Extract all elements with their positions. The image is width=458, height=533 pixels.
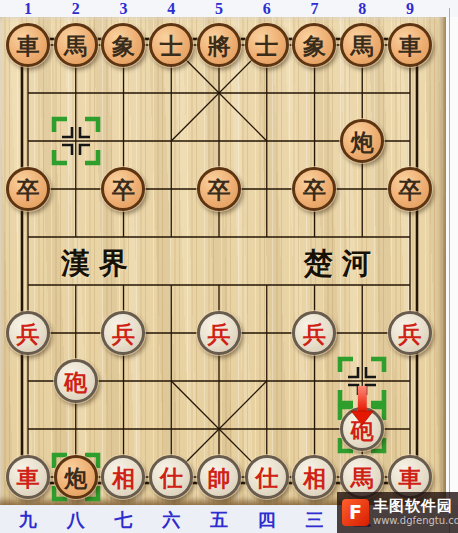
file-label-top: 6 xyxy=(243,0,291,17)
board-intersection[interactable]: 卒 xyxy=(195,165,243,213)
board-intersection[interactable] xyxy=(386,405,434,453)
board-intersection[interactable] xyxy=(52,309,100,357)
board-intersection[interactable]: 車 xyxy=(4,21,52,69)
selection-marker-origin xyxy=(50,115,102,167)
piece-red-1-10[interactable]: 車 xyxy=(6,455,50,499)
board-intersection[interactable] xyxy=(243,309,291,357)
piece-black-4-1[interactable]: 士 xyxy=(149,23,193,67)
board-intersection[interactable] xyxy=(386,213,434,261)
board-intersection[interactable] xyxy=(195,357,243,405)
top-coordinate-strip: 123456789 xyxy=(0,0,458,17)
board-intersection[interactable] xyxy=(4,261,52,309)
board-intersection[interactable] xyxy=(4,213,52,261)
board-intersection[interactable]: 兵 xyxy=(4,309,52,357)
file-label-bottom: 三 xyxy=(291,507,339,533)
file-label-bottom: 四 xyxy=(243,507,291,533)
board-intersection[interactable] xyxy=(338,261,386,309)
watermark-text: 丰图软件园 www.dgfengtu.com xyxy=(373,498,458,527)
board-intersection[interactable] xyxy=(100,357,148,405)
file-label-bottom: 六 xyxy=(147,507,195,533)
board-intersection[interactable] xyxy=(243,357,291,405)
board-intersection[interactable] xyxy=(338,69,386,117)
file-label-bottom: 七 xyxy=(100,507,148,533)
piece-red-3-10[interactable]: 相 xyxy=(101,455,145,499)
board-intersection[interactable] xyxy=(243,213,291,261)
piece-red-7-7[interactable]: 兵 xyxy=(292,311,336,355)
board-intersection[interactable]: 卒 xyxy=(100,165,148,213)
file-label-top: 4 xyxy=(147,0,195,17)
board-intersection[interactable] xyxy=(52,405,100,453)
piece-red-1-7[interactable]: 兵 xyxy=(6,311,50,355)
board-intersection[interactable] xyxy=(147,165,195,213)
board-intersection[interactable] xyxy=(100,117,148,165)
piece-red-4-10[interactable]: 仕 xyxy=(149,455,193,499)
board-intersection[interactable] xyxy=(243,69,291,117)
board-intersection[interactable]: 炮 xyxy=(338,117,386,165)
file-label-top: 2 xyxy=(52,0,100,17)
board-intersection[interactable]: 馬 xyxy=(338,21,386,69)
board-intersection[interactable]: 車 xyxy=(386,21,434,69)
piece-red-5-7[interactable]: 兵 xyxy=(197,311,241,355)
piece-black-6-1[interactable]: 士 xyxy=(245,23,289,67)
piece-red-3-7[interactable]: 兵 xyxy=(101,311,145,355)
board-intersection[interactable]: 卒 xyxy=(4,165,52,213)
board-intersection[interactable] xyxy=(147,405,195,453)
board-intersection[interactable] xyxy=(52,261,100,309)
board-intersection[interactable] xyxy=(291,357,339,405)
piece-black-9-1[interactable]: 車 xyxy=(388,23,432,67)
board-intersection[interactable] xyxy=(386,69,434,117)
board-intersection[interactable]: 兵 xyxy=(195,309,243,357)
board-grid: 車馬象士將士象馬車炮卒卒卒卒卒兵兵兵兵兵砲砲車炮相仕帥仕相馬車 xyxy=(4,21,434,501)
piece-red-8-9[interactable]: 砲 xyxy=(340,407,384,451)
selection-marker-origin xyxy=(336,355,388,407)
board-intersection[interactable]: 兵 xyxy=(386,309,434,357)
watermark: F 丰图软件园 www.dgfengtu.com xyxy=(337,492,458,533)
board-intersection[interactable] xyxy=(52,165,100,213)
board-intersection[interactable] xyxy=(4,357,52,405)
piece-red-7-10[interactable]: 相 xyxy=(292,455,336,499)
file-label-top: 1 xyxy=(4,0,52,17)
file-label-top: 9 xyxy=(386,0,434,17)
board-intersection[interactable] xyxy=(4,69,52,117)
board-intersection[interactable] xyxy=(243,165,291,213)
file-label-bottom: 五 xyxy=(195,507,243,533)
board-intersection[interactable]: 帥 xyxy=(195,453,243,501)
board-intersection[interactable] xyxy=(338,213,386,261)
piece-black-8-1[interactable]: 馬 xyxy=(340,23,384,67)
board-intersection[interactable] xyxy=(291,261,339,309)
piece-black-8-3[interactable]: 炮 xyxy=(340,119,384,163)
piece-black-7-1[interactable]: 象 xyxy=(292,23,336,67)
board-intersection[interactable] xyxy=(147,69,195,117)
board-intersection[interactable] xyxy=(291,405,339,453)
piece-black-3-4[interactable]: 卒 xyxy=(101,167,145,211)
board-intersection[interactable]: 炮 xyxy=(52,453,100,501)
board-intersection[interactable] xyxy=(147,261,195,309)
board-intersection[interactable] xyxy=(291,117,339,165)
file-label-bottom: 九 xyxy=(4,507,52,533)
piece-red-9-7[interactable]: 兵 xyxy=(388,311,432,355)
piece-black-2-10[interactable]: 炮 xyxy=(54,455,98,499)
board-intersection[interactable] xyxy=(52,69,100,117)
board-intersection[interactable] xyxy=(386,117,434,165)
board-intersection[interactable] xyxy=(195,69,243,117)
piece-black-3-1[interactable]: 象 xyxy=(101,23,145,67)
piece-black-5-4[interactable]: 卒 xyxy=(197,167,241,211)
board-intersection[interactable]: 將 xyxy=(195,21,243,69)
board-intersection[interactable]: 砲 xyxy=(338,405,386,453)
file-label-bottom: 八 xyxy=(52,507,100,533)
board-intersection[interactable] xyxy=(195,261,243,309)
board-intersection[interactable]: 相 xyxy=(100,453,148,501)
board-intersection[interactable] xyxy=(100,69,148,117)
board-intersection[interactable] xyxy=(52,213,100,261)
board-intersection[interactable]: 車 xyxy=(4,453,52,501)
watermark-logo-icon: F xyxy=(342,499,369,526)
board-intersection[interactable] xyxy=(291,69,339,117)
board-intersection[interactable] xyxy=(100,261,148,309)
file-label-top: 5 xyxy=(195,0,243,17)
board-intersection[interactable] xyxy=(338,357,386,405)
board-intersection[interactable]: 兵 xyxy=(291,309,339,357)
piece-black-2-1[interactable]: 馬 xyxy=(54,23,98,67)
piece-black-9-4[interactable]: 卒 xyxy=(388,167,432,211)
board-intersection[interactable] xyxy=(147,309,195,357)
piece-black-5-1[interactable]: 將 xyxy=(197,23,241,67)
board-intersection[interactable]: 卒 xyxy=(291,165,339,213)
xiangqi-app: 123456789 漢界 楚河 車馬象士將士象馬車炮卒卒卒卒卒兵兵兵兵兵砲砲車炮… xyxy=(0,0,458,533)
board-intersection[interactable] xyxy=(195,405,243,453)
board-intersection[interactable] xyxy=(4,117,52,165)
panel-divider xyxy=(449,8,450,533)
board-intersection[interactable] xyxy=(243,117,291,165)
piece-black-1-1[interactable]: 車 xyxy=(6,23,50,67)
board-intersection[interactable] xyxy=(147,213,195,261)
board-intersection[interactable] xyxy=(4,405,52,453)
board-intersection[interactable] xyxy=(195,213,243,261)
piece-red-6-10[interactable]: 仕 xyxy=(245,455,289,499)
watermark-title: 丰图软件园 xyxy=(373,498,458,515)
board-intersection[interactable]: 仕 xyxy=(147,453,195,501)
board-intersection[interactable]: 馬 xyxy=(52,21,100,69)
board-intersection[interactable] xyxy=(100,213,148,261)
watermark-url: www.dgfengtu.com xyxy=(373,515,458,527)
board-intersection[interactable] xyxy=(243,405,291,453)
board-intersection[interactable] xyxy=(100,405,148,453)
file-label-top: 3 xyxy=(100,0,148,17)
board-intersection[interactable]: 仕 xyxy=(243,453,291,501)
board-intersection[interactable]: 相 xyxy=(291,453,339,501)
piece-red-2-8[interactable]: 砲 xyxy=(54,359,98,403)
board-intersection[interactable] xyxy=(338,309,386,357)
board-intersection[interactable] xyxy=(243,261,291,309)
board-intersection[interactable]: 砲 xyxy=(52,357,100,405)
board-intersection[interactable] xyxy=(147,117,195,165)
board-intersection[interactable]: 士 xyxy=(147,21,195,69)
side-panel-edge xyxy=(446,0,458,533)
board-intersection[interactable] xyxy=(386,261,434,309)
board-intersection[interactable] xyxy=(52,117,100,165)
piece-black-1-4[interactable]: 卒 xyxy=(6,167,50,211)
piece-black-7-4[interactable]: 卒 xyxy=(292,167,336,211)
board-intersection[interactable] xyxy=(291,213,339,261)
board-intersection[interactable]: 士 xyxy=(243,21,291,69)
file-label-top: 8 xyxy=(338,0,386,17)
board-intersection[interactable]: 兵 xyxy=(100,309,148,357)
board-intersection[interactable] xyxy=(338,165,386,213)
board-intersection[interactable]: 象 xyxy=(100,21,148,69)
board-intersection[interactable] xyxy=(386,357,434,405)
board-intersection[interactable] xyxy=(147,357,195,405)
file-label-top: 7 xyxy=(291,0,339,17)
board-intersection[interactable] xyxy=(195,117,243,165)
piece-red-5-10[interactable]: 帥 xyxy=(197,455,241,499)
board-intersection[interactable]: 象 xyxy=(291,21,339,69)
board-intersection[interactable]: 卒 xyxy=(386,165,434,213)
